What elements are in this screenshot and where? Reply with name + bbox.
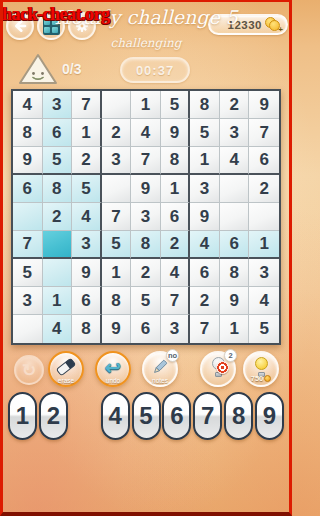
cell-r2c3[interactable]: 1 bbox=[72, 119, 102, 147]
restart-icon: ↻ bbox=[22, 362, 36, 379]
cell-r2c9[interactable]: 7 bbox=[249, 119, 279, 147]
eraser-icon bbox=[55, 358, 77, 376]
sudoku-board: 4371582986124953795237814668591322473697… bbox=[11, 89, 281, 345]
cell-r7c7[interactable]: 6 bbox=[190, 259, 220, 287]
cell-r4c8[interactable] bbox=[220, 175, 250, 203]
cell-r5c2[interactable]: 2 bbox=[43, 203, 73, 231]
number-button-6[interactable]: 6 bbox=[162, 392, 191, 440]
cell-r6c3[interactable]: 3 bbox=[72, 231, 102, 259]
hint-count-badge: 2 bbox=[224, 349, 237, 362]
cell-r3c9[interactable]: 6 bbox=[249, 147, 279, 175]
cell-r6c4[interactable]: 5 bbox=[102, 231, 132, 259]
cell-r6c2[interactable] bbox=[43, 231, 73, 259]
cell-r9c4[interactable]: 9 bbox=[102, 315, 132, 343]
cell-r1c8[interactable]: 2 bbox=[220, 91, 250, 119]
number-button-9[interactable]: 9 bbox=[255, 392, 284, 440]
notes-button[interactable]: notes no bbox=[142, 351, 178, 387]
cell-r4c3[interactable]: 5 bbox=[72, 175, 102, 203]
cell-r9c7[interactable]: 7 bbox=[190, 315, 220, 343]
hint-button[interactable]: 2 bbox=[200, 351, 236, 387]
cell-r3c8[interactable]: 4 bbox=[220, 147, 250, 175]
cell-r8c5[interactable]: 5 bbox=[131, 287, 161, 315]
cell-r6c1[interactable]: 7 bbox=[13, 231, 43, 259]
undo-label: undo bbox=[97, 377, 129, 384]
number-button-7[interactable]: 7 bbox=[193, 392, 222, 440]
cell-r9c1[interactable] bbox=[13, 315, 43, 343]
undo-arrow-icon: ↩ bbox=[105, 358, 121, 377]
notes-label: notes bbox=[144, 377, 176, 384]
cell-r3c7[interactable]: 1 bbox=[190, 147, 220, 175]
cell-r7c8[interactable]: 8 bbox=[220, 259, 250, 287]
triangle-mascot bbox=[17, 52, 59, 86]
cell-r8c2[interactable]: 1 bbox=[43, 287, 73, 315]
cell-r4c6[interactable]: 1 bbox=[161, 175, 191, 203]
cell-r8c9[interactable]: 4 bbox=[249, 287, 279, 315]
number-button-4[interactable]: 4 bbox=[101, 392, 130, 440]
cell-r5c9[interactable] bbox=[249, 203, 279, 231]
cell-r6c7[interactable]: 4 bbox=[190, 231, 220, 259]
cell-r9c5[interactable]: 6 bbox=[131, 315, 161, 343]
cell-r4c2[interactable]: 8 bbox=[43, 175, 73, 203]
cell-r3c1[interactable]: 9 bbox=[13, 147, 43, 175]
cell-r8c4[interactable]: 8 bbox=[102, 287, 132, 315]
hint-price-value: 750 bbox=[251, 374, 264, 383]
hint-bulb-target-icon bbox=[211, 357, 226, 377]
hint-price: 750 bbox=[245, 374, 277, 383]
number-button-8[interactable]: 8 bbox=[224, 392, 253, 440]
cell-r2c2[interactable]: 6 bbox=[43, 119, 73, 147]
number-button-1[interactable]: 1 bbox=[8, 392, 37, 440]
cell-r6c6[interactable]: 2 bbox=[161, 231, 191, 259]
mistakes-counter: 0/3 bbox=[62, 61, 81, 77]
cell-r7c1[interactable]: 5 bbox=[13, 259, 43, 287]
cell-r5c4[interactable]: 7 bbox=[102, 203, 132, 231]
notes-toggle-badge: no bbox=[166, 349, 179, 362]
difficulty-label: challenging bbox=[50, 36, 242, 50]
cell-r4c4[interactable] bbox=[102, 175, 132, 203]
cell-r3c2[interactable]: 5 bbox=[43, 147, 73, 175]
timer-value: 00:37 bbox=[136, 63, 174, 78]
coin-icon: + bbox=[265, 17, 282, 32]
cell-r9c6[interactable]: 3 bbox=[161, 315, 191, 343]
cell-r8c6[interactable]: 7 bbox=[161, 287, 191, 315]
buy-hint-button[interactable]: 750 bbox=[243, 351, 279, 387]
cell-r1c6[interactable]: 5 bbox=[161, 91, 191, 119]
cell-r6c8[interactable]: 6 bbox=[220, 231, 250, 259]
cell-r1c1[interactable]: 4 bbox=[13, 91, 43, 119]
cell-r4c5[interactable]: 9 bbox=[131, 175, 161, 203]
number-button-5[interactable]: 5 bbox=[132, 392, 161, 440]
cell-r1c3[interactable]: 7 bbox=[72, 91, 102, 119]
cell-r2c1[interactable]: 8 bbox=[13, 119, 43, 147]
restart-button[interactable]: ↻ bbox=[14, 355, 44, 385]
cell-r8c1[interactable]: 3 bbox=[13, 287, 43, 315]
cell-r5c8[interactable] bbox=[220, 203, 250, 231]
pencil-icon bbox=[151, 358, 169, 376]
cell-r5c3[interactable]: 4 bbox=[72, 203, 102, 231]
coin-dot-icon bbox=[264, 375, 271, 382]
cell-r3c5[interactable]: 7 bbox=[131, 147, 161, 175]
cell-r3c3[interactable]: 2 bbox=[72, 147, 102, 175]
cell-r5c5[interactable]: 3 bbox=[131, 203, 161, 231]
cell-r1c4[interactable] bbox=[102, 91, 132, 119]
cell-r1c7[interactable]: 8 bbox=[190, 91, 220, 119]
cell-r4c9[interactable]: 2 bbox=[249, 175, 279, 203]
undo-button[interactable]: ↩ undo bbox=[95, 351, 131, 387]
timer-pill: 00:37 bbox=[120, 57, 190, 83]
cell-r9c2[interactable]: 4 bbox=[43, 315, 73, 343]
cell-r1c2[interactable]: 3 bbox=[43, 91, 73, 119]
number-pad: 12456789 bbox=[8, 392, 284, 440]
cell-r1c5[interactable]: 1 bbox=[131, 91, 161, 119]
cell-r2c5[interactable]: 4 bbox=[131, 119, 161, 147]
cell-r2c4[interactable]: 2 bbox=[102, 119, 132, 147]
cell-r5c7[interactable]: 9 bbox=[190, 203, 220, 231]
cell-r2c7[interactable]: 5 bbox=[190, 119, 220, 147]
cell-r7c3[interactable]: 9 bbox=[72, 259, 102, 287]
cell-r2c8[interactable]: 3 bbox=[220, 119, 250, 147]
cell-r7c2[interactable] bbox=[43, 259, 73, 287]
cell-r7c5[interactable]: 2 bbox=[131, 259, 161, 287]
cell-r4c7[interactable]: 3 bbox=[190, 175, 220, 203]
cell-r6c5[interactable]: 8 bbox=[131, 231, 161, 259]
cell-r8c7[interactable]: 2 bbox=[190, 287, 220, 315]
cell-r7c6[interactable]: 4 bbox=[161, 259, 191, 287]
cell-r3c6[interactable]: 8 bbox=[161, 147, 191, 175]
erase-button[interactable]: erase bbox=[48, 351, 84, 387]
cell-r6c9[interactable]: 1 bbox=[249, 231, 279, 259]
cell-r8c3[interactable]: 6 bbox=[72, 287, 102, 315]
cell-r5c1[interactable] bbox=[13, 203, 43, 231]
cell-r9c8[interactable]: 1 bbox=[220, 315, 250, 343]
watermark: hack-cheat.org bbox=[2, 4, 109, 25]
cell-r7c4[interactable]: 1 bbox=[102, 259, 132, 287]
cell-r9c3[interactable]: 8 bbox=[72, 315, 102, 343]
number-button-2[interactable]: 2 bbox=[39, 392, 68, 440]
erase-label: erase bbox=[50, 377, 82, 384]
cell-r3c4[interactable]: 3 bbox=[102, 147, 132, 175]
cell-r4c1[interactable]: 6 bbox=[13, 175, 43, 203]
cell-r5c6[interactable]: 6 bbox=[161, 203, 191, 231]
cell-r1c9[interactable]: 9 bbox=[249, 91, 279, 119]
cell-r2c6[interactable]: 9 bbox=[161, 119, 191, 147]
number-slot-empty-3 bbox=[70, 392, 99, 440]
cell-r7c9[interactable]: 3 bbox=[249, 259, 279, 287]
cell-r9c9[interactable]: 5 bbox=[249, 315, 279, 343]
cell-r8c8[interactable]: 9 bbox=[220, 287, 250, 315]
